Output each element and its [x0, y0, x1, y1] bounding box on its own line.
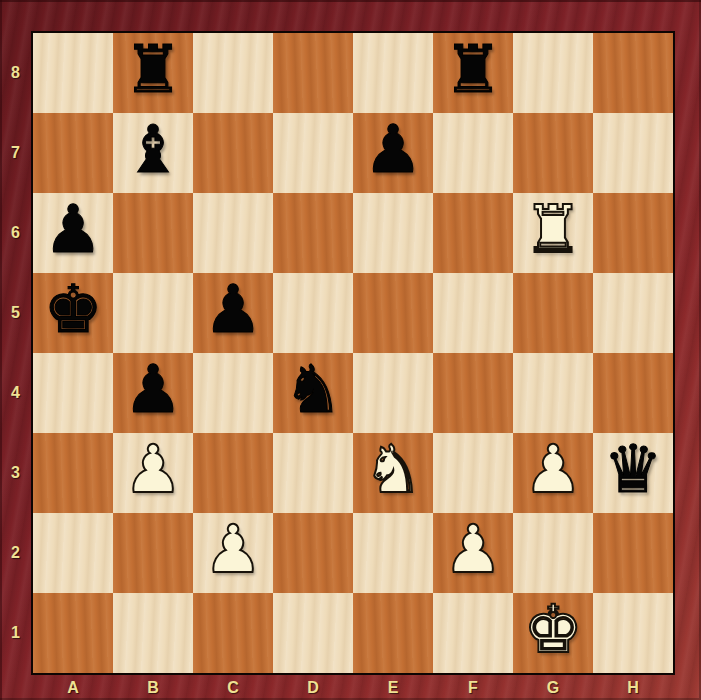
- square-d7[interactable]: [273, 113, 353, 193]
- square-c8[interactable]: [193, 33, 273, 113]
- square-f5[interactable]: [433, 273, 513, 353]
- square-a1[interactable]: [33, 593, 113, 673]
- square-e2[interactable]: [353, 513, 433, 593]
- file-label-e: E: [353, 676, 433, 700]
- square-b2[interactable]: [113, 513, 193, 593]
- square-a8[interactable]: [33, 33, 113, 113]
- square-d4[interactable]: ♞: [273, 353, 353, 433]
- piece-white-pawn[interactable]: ♟: [523, 437, 582, 503]
- square-d6[interactable]: [273, 193, 353, 273]
- piece-black-bishop[interactable]: ♝: [123, 117, 182, 183]
- file-label-a: A: [33, 676, 113, 700]
- square-h7[interactable]: [593, 113, 673, 193]
- piece-black-pawn[interactable]: ♟: [123, 357, 182, 423]
- square-c3[interactable]: [193, 433, 273, 513]
- square-e8[interactable]: [353, 33, 433, 113]
- piece-black-pawn[interactable]: ♟: [203, 277, 262, 343]
- file-label-d: D: [273, 676, 353, 700]
- square-g1[interactable]: ♚: [513, 593, 593, 673]
- square-g6[interactable]: ♜: [513, 193, 593, 273]
- square-a3[interactable]: [33, 433, 113, 513]
- piece-black-pawn[interactable]: ♟: [363, 117, 422, 183]
- square-e5[interactable]: [353, 273, 433, 353]
- square-c5[interactable]: ♟: [193, 273, 273, 353]
- piece-white-pawn[interactable]: ♟: [203, 517, 262, 583]
- board-frame: ♜♜♝♟♟♜♚♟♟♞♟♞♟♛♟♟♚ 87654321 ABCDEFGH: [0, 0, 701, 700]
- square-h4[interactable]: [593, 353, 673, 433]
- file-label-b: B: [113, 676, 193, 700]
- piece-white-pawn[interactable]: ♟: [443, 517, 502, 583]
- square-b8[interactable]: ♜: [113, 33, 193, 113]
- square-e3[interactable]: ♞: [353, 433, 433, 513]
- square-a5[interactable]: ♚: [33, 273, 113, 353]
- square-d5[interactable]: [273, 273, 353, 353]
- rank-label-3: 3: [0, 433, 31, 513]
- square-b1[interactable]: [113, 593, 193, 673]
- piece-white-rook[interactable]: ♜: [523, 197, 582, 263]
- square-a6[interactable]: ♟: [33, 193, 113, 273]
- square-g5[interactable]: [513, 273, 593, 353]
- square-a2[interactable]: [33, 513, 113, 593]
- square-h8[interactable]: [593, 33, 673, 113]
- square-d8[interactable]: [273, 33, 353, 113]
- rank-label-1: 1: [0, 593, 31, 673]
- square-c7[interactable]: [193, 113, 273, 193]
- square-g8[interactable]: [513, 33, 593, 113]
- square-d3[interactable]: [273, 433, 353, 513]
- square-e1[interactable]: [353, 593, 433, 673]
- square-h5[interactable]: [593, 273, 673, 353]
- square-e7[interactable]: ♟: [353, 113, 433, 193]
- square-g7[interactable]: [513, 113, 593, 193]
- square-e6[interactable]: [353, 193, 433, 273]
- square-c4[interactable]: [193, 353, 273, 433]
- square-c2[interactable]: ♟: [193, 513, 273, 593]
- rank-label-4: 4: [0, 353, 31, 433]
- square-g3[interactable]: ♟: [513, 433, 593, 513]
- square-h3[interactable]: ♛: [593, 433, 673, 513]
- square-f2[interactable]: ♟: [433, 513, 513, 593]
- piece-black-queen[interactable]: ♛: [603, 437, 662, 503]
- square-e4[interactable]: [353, 353, 433, 433]
- square-f7[interactable]: [433, 113, 513, 193]
- square-d1[interactable]: [273, 593, 353, 673]
- rank-label-2: 2: [0, 513, 31, 593]
- square-b3[interactable]: ♟: [113, 433, 193, 513]
- piece-white-pawn[interactable]: ♟: [123, 437, 182, 503]
- rank-label-8: 8: [0, 33, 31, 113]
- chess-board: ♜♜♝♟♟♜♚♟♟♞♟♞♟♛♟♟♚: [31, 31, 675, 675]
- rank-label-7: 7: [0, 113, 31, 193]
- piece-white-king[interactable]: ♚: [523, 597, 582, 663]
- rank-label-5: 5: [0, 273, 31, 353]
- square-c1[interactable]: [193, 593, 273, 673]
- square-a7[interactable]: [33, 113, 113, 193]
- square-b7[interactable]: ♝: [113, 113, 193, 193]
- file-label-f: F: [433, 676, 513, 700]
- square-g2[interactable]: [513, 513, 593, 593]
- square-f1[interactable]: [433, 593, 513, 673]
- piece-black-pawn[interactable]: ♟: [43, 197, 102, 263]
- square-d2[interactable]: [273, 513, 353, 593]
- square-a4[interactable]: [33, 353, 113, 433]
- square-h1[interactable]: [593, 593, 673, 673]
- square-g4[interactable]: [513, 353, 593, 433]
- square-h2[interactable]: [593, 513, 673, 593]
- piece-black-knight[interactable]: ♞: [283, 357, 342, 423]
- piece-black-rook[interactable]: ♜: [123, 37, 182, 103]
- rank-label-6: 6: [0, 193, 31, 273]
- square-b6[interactable]: [113, 193, 193, 273]
- square-b5[interactable]: [113, 273, 193, 353]
- piece-white-knight[interactable]: ♞: [363, 437, 422, 503]
- file-label-h: H: [593, 676, 673, 700]
- square-f6[interactable]: [433, 193, 513, 273]
- piece-black-king[interactable]: ♚: [43, 277, 102, 343]
- file-label-g: G: [513, 676, 593, 700]
- square-h6[interactable]: [593, 193, 673, 273]
- square-f3[interactable]: [433, 433, 513, 513]
- file-label-c: C: [193, 676, 273, 700]
- piece-black-rook[interactable]: ♜: [443, 37, 502, 103]
- square-f8[interactable]: ♜: [433, 33, 513, 113]
- square-c6[interactable]: [193, 193, 273, 273]
- square-f4[interactable]: [433, 353, 513, 433]
- square-b4[interactable]: ♟: [113, 353, 193, 433]
